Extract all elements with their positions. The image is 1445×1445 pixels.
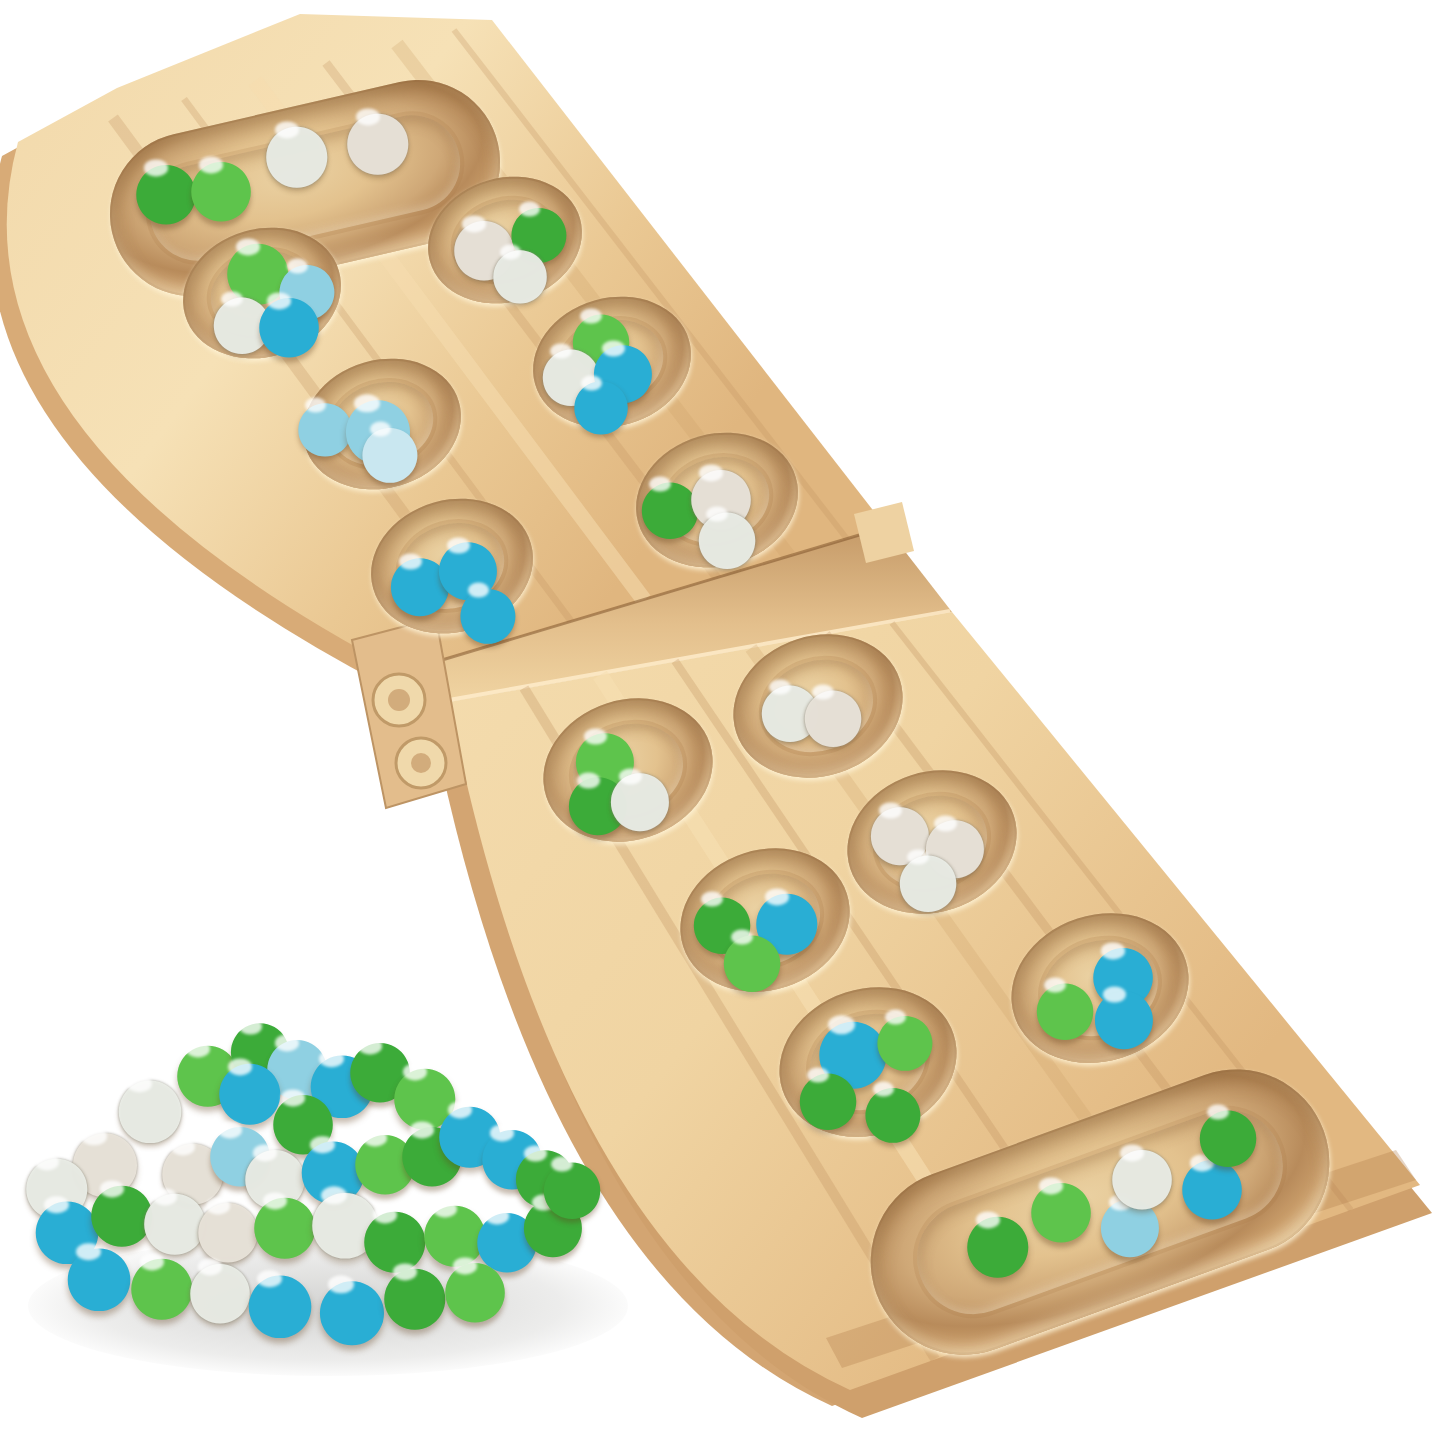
mancala-product-photo: ●●●●●●●●●●●●●●●●●●●●●●●●●●●●●●●●●●●●●●●●… <box>0 0 1445 1445</box>
stone-green: ● <box>535 1147 609 1221</box>
stone-pile: ●●●●●●●●●●●●●●●●●●●●●●●●●●●●●●●●●●●●●● <box>0 0 1445 1445</box>
stone-blue: ● <box>239 1259 321 1341</box>
stone-green2: ● <box>436 1247 514 1325</box>
